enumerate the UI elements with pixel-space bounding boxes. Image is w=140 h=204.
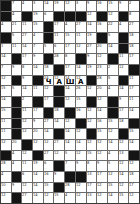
cell-r16c3[interactable]: 11 — [22, 161, 32, 171]
cipher-number: 27 — [87, 44, 92, 48]
cipher-number: 27 — [44, 119, 49, 123]
cell-r16c9[interactable]: 8 — [87, 161, 97, 171]
cell-r14c10[interactable]: 12 — [97, 140, 107, 150]
cipher-number: 16 — [97, 119, 102, 123]
cell-r5c6[interactable]: 6 — [54, 44, 64, 54]
cell-r14c4[interactable]: 12 — [33, 140, 43, 150]
cell-r17c12[interactable]: 14 — [119, 172, 129, 182]
cell-r11c9[interactable]: 12 — [87, 108, 97, 118]
cell-r1c11[interactable]: 15 — [108, 1, 118, 11]
cell-r19c10[interactable]: 12 — [97, 193, 107, 203]
cell-r4c4[interactable]: 4 — [33, 33, 43, 43]
cell-r18c2[interactable]: 9 — [12, 183, 22, 193]
cell-r8c3[interactable]: 9 — [22, 76, 32, 86]
cell-r1c6[interactable]: 19 — [54, 1, 64, 11]
cell-r1c4[interactable]: 3 — [33, 1, 43, 11]
cell-r16c11[interactable]: 5 — [108, 161, 118, 171]
cell-r10c5[interactable]: 17 — [44, 97, 54, 107]
cipher-number: 12 — [129, 193, 134, 197]
cell-r17c9[interactable]: 13 — [87, 172, 97, 182]
cell-r14c6[interactable]: 27 — [54, 140, 64, 150]
cipher-number: 11 — [1, 129, 6, 133]
cell-r4c11[interactable]: 5 — [108, 33, 118, 43]
cell-r5c3[interactable]: 14 — [22, 44, 32, 54]
cell-r18c4[interactable]: 14 — [33, 183, 43, 193]
cell-r7c10[interactable]: 23 — [97, 65, 107, 75]
cipher-number: 5 — [12, 86, 14, 90]
cipher-number: 14 — [22, 44, 27, 48]
cell-r10c7[interactable]: 12 — [65, 97, 75, 107]
cell-r10c12[interactable]: 9 — [119, 97, 129, 107]
cipher-number: 28 — [97, 76, 102, 80]
cell-r13c8[interactable]: 12 — [76, 129, 86, 139]
cipher-number: 1 — [1, 44, 3, 48]
black-cell-r13c12 — [119, 129, 129, 139]
cipher-number: 12 — [129, 161, 134, 165]
cell-r17c3[interactable]: 6 — [22, 172, 32, 182]
black-cell-r9c6 — [54, 86, 64, 96]
cipher-number: 12 — [65, 1, 70, 5]
cell-r16c8[interactable]: 9 — [76, 161, 86, 171]
cipher-number: 18 — [129, 44, 134, 48]
cell-r7c5[interactable]: 18 — [44, 65, 54, 75]
cell-r10c3[interactable]: 2 — [22, 97, 32, 107]
cell-r1c7[interactable]: 12 — [65, 1, 75, 11]
cell-r16c4[interactable]: 19 — [33, 161, 43, 171]
cipher-number: 12 — [22, 151, 27, 155]
black-cell-r11c2 — [12, 108, 22, 118]
cipher-number: 12 — [87, 108, 92, 112]
cipher-number: 15 — [44, 183, 49, 187]
cell-r12c1[interactable]: 11 — [1, 119, 11, 129]
cell-r6c1[interactable]: 14 — [1, 54, 11, 64]
cipher-number: 19 — [33, 161, 38, 165]
cell-r7c11[interactable]: 2 — [108, 65, 118, 75]
cell-r3c1[interactable]: 4 — [1, 22, 11, 32]
cipher-number: 27 — [44, 151, 49, 155]
cipher-number: 10 — [1, 183, 6, 187]
cell-r12c4[interactable]: 9 — [33, 119, 43, 129]
cell-r12c9[interactable]: 12 — [87, 119, 97, 129]
cell-r2c2[interactable]: 4 — [12, 12, 22, 22]
cell-r10c1[interactable]: 14 — [1, 97, 11, 107]
cell-r12c7[interactable]: 12 — [65, 119, 75, 129]
cell-r16c12[interactable]: 12 — [119, 161, 129, 171]
black-cell-r4c5 — [44, 33, 54, 43]
cipher-number: 14 — [97, 108, 102, 112]
cell-r11c6[interactable]: 18 — [54, 108, 64, 118]
cipher-number: 12 — [97, 140, 102, 144]
cipher-number: 4 — [12, 151, 14, 155]
cell-r9c7[interactable]: 14 — [65, 86, 75, 96]
cell-r18c12[interactable]: 12 — [119, 183, 129, 193]
cell-r17c5[interactable]: 16 — [44, 172, 54, 182]
cell-r8c7[interactable]: 14Ш — [65, 76, 75, 86]
starter-letter: А — [76, 78, 86, 85]
black-cell-r7c6 — [54, 65, 64, 75]
cipher-number: 15 — [1, 86, 6, 90]
cell-r19c13[interactable]: 12 — [129, 193, 139, 203]
cipher-number: 17 — [54, 22, 59, 26]
cell-r1c12[interactable]: 9 — [119, 1, 129, 11]
cell-r13c10[interactable]: 15 — [97, 129, 107, 139]
cipher-number: 9 — [76, 161, 78, 165]
cell-r15c12[interactable]: 13 — [119, 151, 129, 161]
cell-r8c8[interactable]: 12А — [76, 76, 86, 86]
cell-r1c9[interactable]: 9 — [87, 1, 97, 11]
cipher-number: 9 — [119, 97, 121, 101]
cell-r5c11[interactable]: 14 — [108, 44, 118, 54]
cell-r8c5[interactable]: 24Ч — [44, 76, 54, 86]
cell-r3c3[interactable]: 11 — [22, 22, 32, 32]
cell-r19c9[interactable]: 13 — [87, 193, 97, 203]
cipher-number: 9 — [22, 76, 24, 80]
cell-r3c11[interactable]: 22 — [108, 22, 118, 32]
cell-r7c2[interactable]: 9 — [12, 65, 22, 75]
cipher-number: 11 — [54, 33, 59, 37]
cell-r17c1[interactable]: 4 — [1, 172, 11, 182]
cipher-number: 14 — [119, 86, 124, 90]
cell-r13c3[interactable]: 12 — [22, 129, 32, 139]
cipher-number: 20 — [33, 129, 38, 133]
cipher-number: 14 — [1, 54, 6, 58]
cell-r14c8[interactable]: 14 — [76, 140, 86, 150]
cell-r13c13[interactable]: 15 — [129, 129, 139, 139]
cell-r3c8[interactable]: 27 — [76, 22, 86, 32]
cipher-number: 4 — [119, 22, 121, 26]
black-cell-r4c10 — [97, 33, 107, 43]
cell-r2c13[interactable]: 8 — [129, 12, 139, 22]
cell-r11c8[interactable]: 16 — [76, 108, 86, 118]
cell-r1c5[interactable]: 14 — [44, 1, 54, 11]
black-cell-r1c1 — [1, 1, 11, 11]
cell-r15c9[interactable]: 15 — [87, 151, 97, 161]
cell-r16c1[interactable]: 28 — [1, 161, 11, 171]
cell-r5c7[interactable]: 17 — [65, 44, 75, 54]
black-cell-r14c3 — [22, 140, 32, 150]
cell-r4c9[interactable]: 19 — [87, 33, 97, 43]
cell-r16c10[interactable]: 9 — [97, 161, 107, 171]
cell-r18c7[interactable]: 28 — [65, 183, 75, 193]
cipher-number: 14 — [108, 193, 113, 197]
cell-r13c5[interactable]: 14 — [44, 129, 54, 139]
cell-r9c9[interactable]: 12 — [87, 86, 97, 96]
cipher-number: 13 — [119, 151, 124, 155]
cell-r19c4[interactable]: 14 — [33, 193, 43, 203]
cell-r9c1[interactable]: 15 — [1, 86, 11, 96]
cipher-number: 9 — [33, 119, 35, 123]
cell-r5c9[interactable]: 27 — [87, 44, 97, 54]
cipher-number: 11 — [12, 44, 17, 48]
cell-r8c11[interactable]: 5 — [108, 76, 118, 86]
cell-r12c11[interactable]: 15 — [108, 119, 118, 129]
cipher-number: 8 — [129, 12, 131, 16]
black-cell-r12c8 — [76, 119, 86, 129]
cell-r6c4[interactable]: 9 — [33, 54, 43, 64]
cell-r4c7[interactable]: 15 — [65, 33, 75, 43]
cell-r15c2[interactable]: 4 — [12, 151, 22, 161]
cell-r12c3[interactable]: 12 — [22, 119, 32, 129]
cell-r10c10[interactable]: 12 — [97, 97, 107, 107]
cell-r7c4[interactable]: 14 — [33, 65, 43, 75]
cell-r18c9[interactable]: 17 — [87, 183, 97, 193]
cell-r9c13[interactable]: 17 — [129, 86, 139, 96]
cell-r6c13[interactable]: 17 — [129, 54, 139, 64]
black-cell-r2c6 — [54, 12, 64, 22]
cell-r1c3[interactable]: 4 — [22, 1, 32, 11]
cell-r9c2[interactable]: 5 — [12, 86, 22, 96]
cipher-number: 13 — [87, 193, 92, 197]
cipher-number: 3 — [33, 1, 35, 5]
cell-r14c2[interactable]: 20 — [12, 140, 22, 150]
cell-r17c13[interactable]: 18 — [129, 172, 139, 182]
cell-r13c4[interactable]: 20 — [33, 129, 43, 139]
cipher-number: 12 — [76, 193, 81, 197]
cipher-number: 15 — [76, 97, 81, 101]
cell-r19c6[interactable]: 15 — [54, 193, 64, 203]
cipher-number: 12 — [44, 86, 49, 90]
cell-r2c9[interactable]: 12 — [87, 12, 97, 22]
cell-r6c12[interactable]: 11 — [119, 54, 129, 64]
cipher-number: 15 — [108, 183, 113, 187]
cell-r9c3[interactable]: 14 — [22, 86, 32, 96]
cipher-number: 17 — [97, 172, 102, 176]
cipher-number: 12 — [76, 129, 81, 133]
cipher-number: 12 — [119, 65, 124, 69]
cell-r15c8[interactable]: 12 — [76, 151, 86, 161]
cipher-number: 14 — [1, 97, 6, 101]
cell-r16c13[interactable]: 12 — [129, 161, 139, 171]
cell-r5c13[interactable]: 18 — [129, 44, 139, 54]
cipher-number: 5 — [108, 76, 110, 80]
cipher-number: 6 — [22, 172, 24, 176]
cell-r6c7[interactable]: 8 — [65, 54, 75, 64]
cell-r19c12[interactable]: 15 — [119, 193, 129, 203]
cell-r8c6[interactable]: 12А — [54, 76, 64, 86]
cell-r1c10[interactable]: 16 — [97, 1, 107, 11]
cell-r19c3[interactable]: 27 — [22, 193, 32, 203]
cell-r3c4[interactable]: 15 — [33, 22, 43, 32]
cell-r18c3[interactable]: 12 — [22, 183, 32, 193]
cell-r6c3[interactable]: 17 — [22, 54, 32, 64]
cell-r12c12[interactable]: 18 — [119, 119, 129, 129]
cipher-number: 5 — [108, 33, 110, 37]
cipher-number: 14 — [108, 140, 113, 144]
cell-r9c4[interactable]: 11 — [33, 86, 43, 96]
cell-r6c10[interactable]: 12 — [97, 54, 107, 64]
cell-r8c10[interactable]: 28 — [97, 76, 107, 86]
cell-r3c9[interactable]: 14 — [87, 22, 97, 32]
cell-r4c13[interactable]: 18 — [129, 33, 139, 43]
cell-r5c4[interactable]: 7 — [33, 44, 43, 54]
cipher-number: 9 — [54, 172, 56, 176]
cell-r14c9[interactable]: 12 — [87, 140, 97, 150]
cell-r14c13[interactable]: 14 — [129, 140, 139, 150]
cell-r15c6[interactable]: 12 — [54, 151, 64, 161]
cipher-number: 14 — [44, 129, 49, 133]
cell-r8c13[interactable]: 11 — [129, 76, 139, 86]
cell-r2c11[interactable]: 12 — [108, 12, 118, 22]
cell-r16c7[interactable]: 7 — [65, 161, 75, 171]
cipher-number: 4 — [108, 151, 110, 155]
cell-r4c3[interactable]: 27 — [22, 33, 32, 43]
cell-r7c8[interactable]: 14 — [76, 65, 86, 75]
cell-r9c10[interactable]: 20 — [97, 86, 107, 96]
cell-r2c5[interactable]: 6 — [44, 12, 54, 22]
cell-r18c1[interactable]: 10 — [1, 183, 11, 193]
cell-r15c11[interactable]: 4 — [108, 151, 118, 161]
cell-r9c8[interactable]: 26 — [76, 86, 86, 96]
black-cell-r19c2 — [12, 193, 22, 203]
cell-r7c12[interactable]: 12 — [119, 65, 129, 75]
black-cell-r13c2 — [12, 129, 22, 139]
cell-r14c12[interactable]: 12 — [119, 140, 129, 150]
cipher-number: 12 — [76, 183, 81, 187]
black-cell-r4c12 — [119, 33, 129, 43]
cell-r11c1[interactable]: 15 — [1, 108, 11, 118]
cipher-number: 14 — [76, 140, 81, 144]
cell-r13c1[interactable]: 11 — [1, 129, 11, 139]
black-cell-r15c4 — [33, 151, 43, 161]
cell-r18c8[interactable]: 12 — [76, 183, 86, 193]
cell-r11c12[interactable]: 17 — [119, 108, 129, 118]
cell-r13c11[interactable]: 12 — [108, 129, 118, 139]
cipher-number: 12 — [87, 12, 92, 16]
cell-r15c3[interactable]: 12 — [22, 151, 32, 161]
cipher-number: 8 — [65, 54, 67, 58]
cell-r7c9[interactable]: 19 — [87, 65, 97, 75]
cell-r7c3[interactable]: 8 — [22, 65, 32, 75]
black-cell-r12c13 — [129, 119, 139, 129]
cell-r3c2[interactable]: 21 — [12, 22, 22, 32]
cell-r5c1[interactable]: 1 — [1, 44, 11, 54]
cell-r17c6[interactable]: 9 — [54, 172, 64, 182]
cell-r18c11[interactable]: 15 — [108, 183, 118, 193]
cell-r19c7[interactable]: 4 — [65, 193, 75, 203]
cipher-number: 12 — [108, 129, 113, 133]
cell-r6c6[interactable]: 28 — [54, 54, 64, 64]
cell-r13c7[interactable]: 14 — [65, 129, 75, 139]
cell-r19c8[interactable]: 12 — [76, 193, 86, 203]
cell-r17c10[interactable]: 17 — [97, 172, 107, 182]
cell-r14c11[interactable]: 14 — [108, 140, 118, 150]
cell-r11c4[interactable]: 17 — [33, 108, 43, 118]
black-cell-r10c4 — [33, 97, 43, 107]
cell-r17c4[interactable]: 14 — [33, 172, 43, 182]
cipher-number: 14 — [44, 1, 49, 5]
cipher-number: 9 — [87, 54, 89, 58]
black-cell-r11c5 — [44, 108, 54, 118]
black-cell-r2c1 — [1, 12, 11, 22]
cipher-number: 20 — [97, 86, 102, 90]
cipher-number: 12 — [54, 151, 59, 155]
cipher-number: 18 — [44, 65, 49, 69]
cell-r19c5[interactable]: 12 — [44, 193, 54, 203]
cipher-number: 4 — [1, 172, 3, 176]
cell-r18c5[interactable]: 15 — [44, 183, 54, 193]
cipher-number: 12 — [97, 97, 102, 101]
cell-r11c3[interactable]: 11 — [22, 108, 32, 118]
cell-r9c11[interactable]: 4 — [108, 86, 118, 96]
cipher-number: 14 — [129, 140, 134, 144]
cell-r7c1[interactable]: 7 — [1, 65, 11, 75]
cipher-number: 19 — [87, 33, 92, 37]
cell-r16c2[interactable]: 4 — [12, 161, 22, 171]
black-cell-r3c5 — [44, 22, 54, 32]
cipher-number: 4 — [12, 161, 14, 165]
cipher-number: 6 — [54, 44, 56, 48]
cell-r14c1[interactable]: 12 — [1, 140, 11, 150]
cell-r5c8[interactable]: 12 — [76, 44, 86, 54]
cell-r19c1[interactable]: 12 — [1, 193, 11, 203]
cell-r11c13[interactable]: 14 — [129, 108, 139, 118]
cell-r3c10[interactable]: 16 — [97, 22, 107, 32]
cell-r14c7[interactable]: 14 — [65, 140, 75, 150]
cipher-number: 12 — [22, 119, 27, 123]
cipher-number: 11 — [76, 33, 81, 37]
crossword-grid: 7431419123916159241961212842111151742714… — [0, 0, 140, 204]
cell-r9c5[interactable]: 12 — [44, 86, 54, 96]
cell-r1c2[interactable]: 7 — [12, 1, 22, 11]
cell-r12c5[interactable]: 27 — [44, 119, 54, 129]
cell-r16c5[interactable]: 6 — [44, 161, 54, 171]
cell-r2c4[interactable]: 19 — [33, 12, 43, 22]
cell-r8c1[interactable]: 12 — [1, 76, 11, 86]
cipher-number: 5 — [44, 44, 46, 48]
cell-r19c11[interactable]: 14 — [108, 193, 118, 203]
cell-r3c6[interactable]: 17 — [54, 22, 64, 32]
cell-r6c9[interactable]: 9 — [87, 54, 97, 64]
cipher-number: 12 — [119, 140, 124, 144]
cipher-number: 28 — [65, 183, 70, 187]
cell-r17c11[interactable]: 12 — [108, 172, 118, 182]
cipher-number: 12 — [44, 140, 49, 144]
cell-r1c8[interactable]: 3 — [76, 1, 86, 11]
cell-r9c12[interactable]: 14 — [119, 86, 129, 96]
cell-r15c7[interactable]: 5 — [65, 151, 75, 161]
cell-r3c12[interactable]: 4 — [119, 22, 129, 32]
cell-r10c13[interactable]: 11 — [129, 97, 139, 107]
cipher-number: 17 — [129, 54, 134, 58]
cell-r1c13[interactable]: 2 — [129, 1, 139, 11]
cell-r5c5[interactable]: 5 — [44, 44, 54, 54]
cell-r15c10[interactable]: 12 — [97, 151, 107, 161]
cell-r4c8[interactable]: 11 — [76, 33, 86, 43]
cell-r11c10[interactable]: 14 — [97, 108, 107, 118]
cell-r15c5[interactable]: 27 — [44, 151, 54, 161]
cell-r4c2[interactable]: 5 — [12, 33, 22, 43]
cipher-number: 12 — [76, 44, 81, 48]
cell-r5c2[interactable]: 11 — [12, 44, 22, 54]
cell-r3c7[interactable]: 4 — [65, 22, 75, 32]
cell-r5c10[interactable]: 20 — [97, 44, 107, 54]
cipher-number: 11 — [22, 22, 27, 26]
cell-r12c10[interactable]: 16 — [97, 119, 107, 129]
cell-r18c13[interactable]: 17 — [129, 183, 139, 193]
cell-r14c5[interactable]: 12 — [44, 140, 54, 150]
cell-r3c13[interactable]: 27 — [129, 22, 139, 32]
cipher-number: 5 — [65, 151, 67, 155]
cell-r12c6[interactable]: 14 — [54, 119, 64, 129]
cipher-number: 4 — [65, 22, 67, 26]
cell-r7c7[interactable]: 17 — [65, 65, 75, 75]
black-cell-r13c9 — [87, 129, 97, 139]
black-cell-r8c9 — [87, 76, 97, 86]
cell-r18c10[interactable]: 12 — [97, 183, 107, 193]
cell-r10c8[interactable]: 15 — [76, 97, 86, 107]
cell-r4c6[interactable]: 11 — [54, 33, 64, 43]
cipher-number: 5 — [12, 33, 14, 37]
